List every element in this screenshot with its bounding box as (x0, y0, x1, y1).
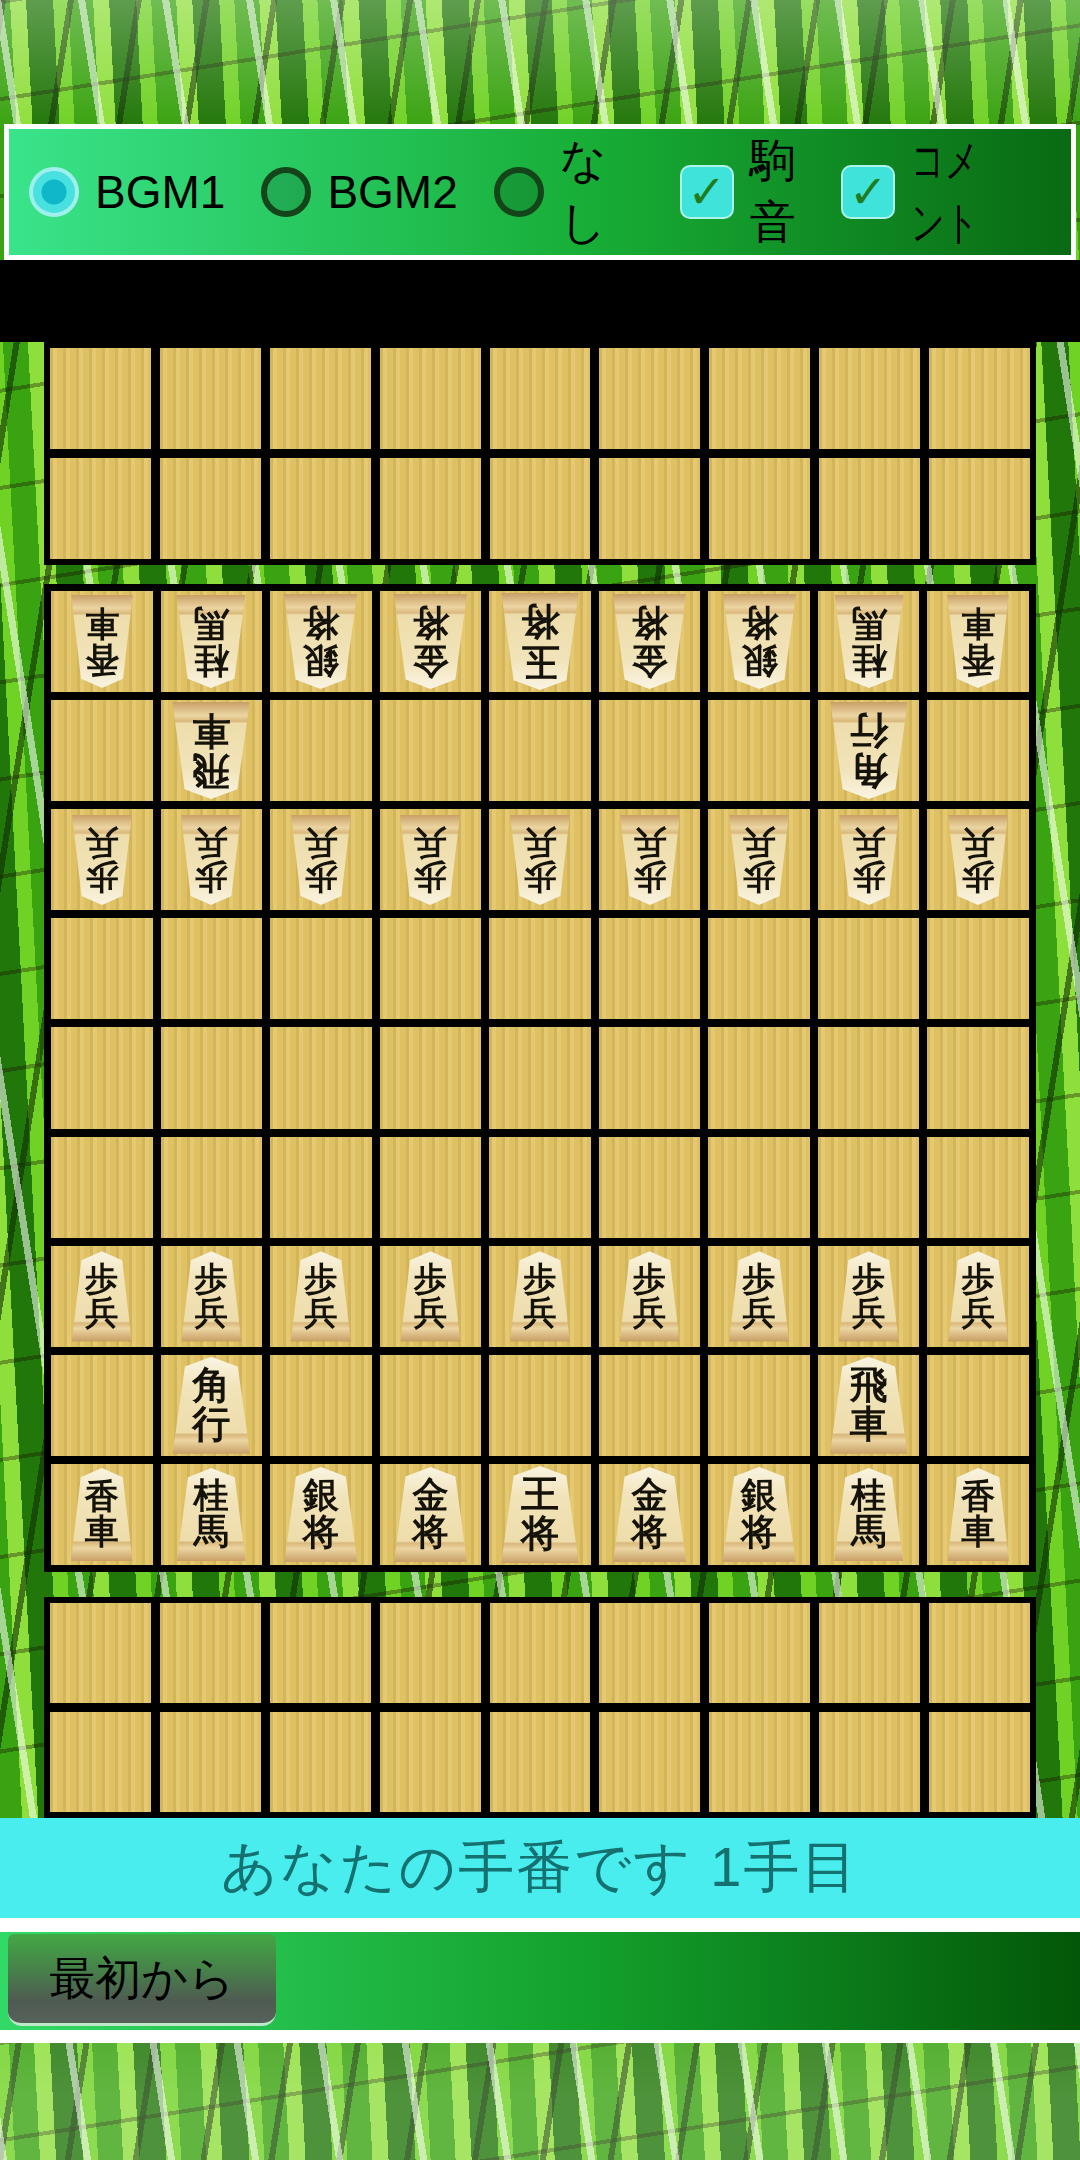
piece-kanji: 兵 (414, 825, 447, 859)
shogi-piece-gote[interactable]: 歩兵 (177, 815, 245, 905)
piece-kanji: 香 (961, 1479, 995, 1514)
komadai-cell[interactable] (50, 348, 151, 449)
bottom-bar: 最初から (0, 1932, 1080, 2030)
board-cell[interactable]: 歩兵 (51, 809, 153, 910)
checkbox-piece-sound-label: 駒音 (750, 130, 812, 254)
board-cell[interactable]: 銀将 (270, 1464, 372, 1565)
board-cell[interactable] (489, 1137, 591, 1238)
piece-kanji: 角 (850, 751, 888, 791)
board-cell[interactable]: 玉将 (489, 591, 591, 692)
komadai-cell[interactable] (929, 458, 1030, 559)
piece-kanji: 馬 (194, 1514, 229, 1550)
app-screen: BGM1 BGM2 なし ✓ 駒音 ✓ コメント (0, 0, 1080, 2160)
piece-kanji: 車 (850, 1405, 888, 1445)
board-cell[interactable] (599, 1137, 701, 1238)
piece-kanji: 馬 (194, 605, 229, 641)
board-cell[interactable]: 金将 (380, 1464, 482, 1565)
piece-kanji: 香 (961, 642, 995, 677)
piece-kanji: 馬 (851, 1514, 886, 1550)
shogi-piece-gote[interactable]: 香車 (943, 595, 1013, 688)
komadai-cell[interactable] (380, 348, 481, 449)
board-cell[interactable]: 歩兵 (818, 809, 920, 910)
piece-kanji: 歩 (195, 860, 228, 894)
radio-unselected-icon[interactable] (261, 167, 311, 217)
board-cell[interactable]: 香車 (51, 591, 153, 692)
board-cell[interactable] (708, 918, 810, 1019)
top-black-strip (0, 260, 1080, 342)
piece-kanji: 玉 (521, 642, 559, 682)
shogi-piece-gote[interactable]: 金将 (389, 594, 472, 689)
board-cell[interactable] (51, 1027, 153, 1128)
board-cell[interactable] (270, 700, 372, 801)
komadai-cell[interactable] (599, 348, 700, 449)
board-cell[interactable] (489, 700, 591, 801)
komadai-cell[interactable] (160, 458, 261, 559)
shogi-piece-gote[interactable]: 玉将 (496, 593, 584, 690)
radio-unselected-icon[interactable] (494, 167, 544, 217)
board-cell[interactable] (380, 918, 482, 1019)
komadai-cell[interactable] (490, 1712, 591, 1812)
piece-kanji: 桂 (851, 1478, 886, 1514)
restart-button-label: 最初から (49, 1948, 235, 2010)
restart-button[interactable]: 最初から (8, 1934, 276, 2026)
board-cell[interactable] (927, 1355, 1029, 1456)
piece-kanji: 兵 (852, 825, 885, 859)
board-cell[interactable]: 桂馬 (818, 1464, 920, 1565)
piece-kanji: 金 (412, 1477, 448, 1514)
piece-kanji: 歩 (633, 860, 666, 894)
piece-kanji: 銀 (741, 642, 777, 679)
komadai-cell[interactable] (50, 1712, 151, 1812)
piece-kanji: 歩 (414, 860, 447, 894)
komadai-cell[interactable] (490, 458, 591, 559)
board-cell[interactable]: 歩兵 (380, 1246, 482, 1347)
board-cell[interactable] (818, 1027, 920, 1128)
piece-kanji: 歩 (962, 1262, 995, 1296)
board-cell[interactable] (599, 700, 701, 801)
komadai-cell[interactable] (599, 1603, 700, 1703)
piece-kanji: 将 (303, 1514, 339, 1551)
piece-kanji: 将 (521, 602, 559, 642)
piece-kanji: 将 (521, 1514, 559, 1554)
komadai-cell[interactable] (270, 1603, 371, 1703)
komadai-cell[interactable] (599, 1712, 700, 1812)
divider (0, 1918, 1080, 1932)
board-cell[interactable]: 歩兵 (161, 809, 263, 910)
board-cell[interactable] (708, 1137, 810, 1238)
komadai-cell[interactable] (709, 1712, 810, 1812)
shogi-piece-gote[interactable]: 金将 (608, 594, 691, 689)
piece-kanji: 将 (741, 1514, 777, 1551)
shogi-piece-sente[interactable]: 歩兵 (287, 1251, 355, 1341)
board-cell[interactable] (161, 918, 263, 1019)
board-cell[interactable] (161, 1137, 263, 1238)
piece-kanji: 兵 (743, 825, 776, 859)
piece-kanji: 兵 (195, 1296, 228, 1330)
komadai-cell[interactable] (380, 1712, 481, 1812)
board-cell[interactable]: 金将 (599, 591, 701, 692)
piece-kanji: 飛 (850, 1366, 888, 1406)
radio-none-label: なし (560, 130, 624, 254)
radio-bgm1-label: BGM1 (95, 165, 225, 219)
board-cell[interactable]: 銀将 (708, 1464, 810, 1565)
shogi-piece-sente[interactable]: 銀将 (279, 1467, 362, 1562)
komadai-gote (44, 342, 1036, 565)
shogi-piece-sente[interactable]: 歩兵 (835, 1251, 903, 1341)
shogi-piece-sente[interactable]: 金将 (608, 1467, 691, 1562)
board-cell[interactable]: 桂馬 (161, 591, 263, 692)
piece-kanji: 金 (632, 1477, 668, 1514)
shogi-piece-gote[interactable]: 銀将 (718, 594, 801, 689)
shogi-piece-sente[interactable]: 歩兵 (725, 1251, 793, 1341)
board-cell[interactable]: 歩兵 (927, 809, 1029, 910)
board-cell[interactable] (489, 1027, 591, 1128)
piece-kanji: 歩 (85, 1262, 118, 1296)
piece-kanji: 将 (632, 604, 668, 641)
piece-kanji: 銀 (741, 1477, 777, 1514)
shogi-piece-gote[interactable]: 歩兵 (396, 815, 464, 905)
board-cell[interactable] (161, 1027, 263, 1128)
piece-kanji: 兵 (523, 825, 556, 859)
komadai-cell[interactable] (50, 1603, 151, 1703)
board-cell[interactable] (380, 1355, 482, 1456)
board-cell[interactable] (270, 1137, 372, 1238)
shogi-piece-gote[interactable]: 歩兵 (835, 815, 903, 905)
piece-kanji: 王 (521, 1475, 559, 1515)
shogi-piece-gote[interactable]: 角行 (825, 702, 913, 799)
piece-kanji: 桂 (194, 642, 229, 678)
shogi-piece-gote[interactable]: 飛車 (167, 702, 255, 799)
piece-kanji: 兵 (743, 1296, 776, 1330)
radio-bgm2[interactable]: BGM2 (261, 165, 457, 219)
board-cell[interactable] (380, 700, 482, 801)
piece-kanji: 将 (303, 604, 339, 641)
piece-kanji: 行 (850, 711, 888, 751)
piece-kanji: 金 (412, 642, 448, 679)
piece-kanji: 将 (412, 604, 448, 641)
piece-kanji: 銀 (303, 1477, 339, 1514)
komadai-cell[interactable] (709, 348, 810, 449)
radio-bgm2-label: BGM2 (327, 165, 457, 219)
board-cell[interactable] (489, 1355, 591, 1456)
komadai-cell[interactable] (380, 458, 481, 559)
shogi-piece-gote[interactable]: 桂馬 (172, 595, 250, 688)
komadai-cell[interactable] (490, 1603, 591, 1703)
board-cell[interactable]: 歩兵 (599, 1246, 701, 1347)
piece-kanji: 車 (961, 606, 995, 641)
piece-kanji: 車 (192, 711, 230, 751)
shogi-piece-sente[interactable]: 歩兵 (506, 1251, 574, 1341)
board-cell[interactable] (927, 918, 1029, 1019)
board-cell[interactable]: 歩兵 (51, 1246, 153, 1347)
shogi-piece-sente[interactable]: 金将 (389, 1467, 472, 1562)
shogi-piece-sente[interactable]: 王将 (496, 1466, 584, 1563)
shogi-piece-gote[interactable]: 歩兵 (68, 815, 136, 905)
board-cell[interactable] (599, 918, 701, 1019)
board-cell[interactable] (708, 1027, 810, 1128)
piece-kanji: 歩 (523, 860, 556, 894)
piece-kanji: 歩 (852, 860, 885, 894)
komadai-cell[interactable] (270, 1712, 371, 1812)
board-cell[interactable]: 金将 (380, 591, 482, 692)
board-cell[interactable] (818, 918, 920, 1019)
komadai-cell[interactable] (160, 1712, 261, 1812)
checkbox-checked-icon[interactable]: ✓ (680, 165, 734, 219)
shogi-piece-sente[interactable]: 歩兵 (396, 1251, 464, 1341)
piece-kanji: 車 (961, 1514, 995, 1549)
shogi-piece-sente[interactable]: 歩兵 (616, 1251, 684, 1341)
board-cell[interactable]: 歩兵 (489, 1246, 591, 1347)
radio-selected-icon[interactable] (29, 167, 79, 217)
piece-kanji: 兵 (852, 1296, 885, 1330)
komadai-cell[interactable] (819, 458, 920, 559)
piece-kanji: 馬 (851, 605, 886, 641)
board-cell[interactable] (51, 1137, 153, 1238)
board-cell[interactable]: 歩兵 (270, 1246, 372, 1347)
piece-kanji: 歩 (304, 1262, 337, 1296)
piece-kanji: 兵 (85, 825, 118, 859)
shogi-piece-gote[interactable]: 歩兵 (725, 815, 793, 905)
komadai-cell[interactable] (599, 458, 700, 559)
board-cell[interactable] (708, 1355, 810, 1456)
board-cell[interactable]: 銀将 (270, 591, 372, 692)
board-cell[interactable]: 歩兵 (818, 1246, 920, 1347)
piece-kanji: 飛 (192, 751, 230, 791)
board-cell[interactable] (927, 700, 1029, 801)
board-cell[interactable]: 歩兵 (708, 1246, 810, 1347)
komadai-cell[interactable] (50, 458, 151, 559)
board-cell[interactable] (927, 1137, 1029, 1238)
shogi-piece-gote[interactable]: 歩兵 (616, 815, 684, 905)
board-cell[interactable]: 銀将 (708, 591, 810, 692)
shogi-piece-gote[interactable]: 香車 (67, 595, 137, 688)
komadai-sente (44, 1597, 1036, 1818)
board-cell[interactable]: 飛車 (161, 700, 263, 801)
status-text: あなたの手番です 1手目 (221, 1830, 860, 1906)
komadai-cell[interactable] (709, 1603, 810, 1703)
piece-kanji: 行 (192, 1405, 230, 1445)
board-cell[interactable] (599, 1027, 701, 1128)
piece-kanji: 香 (85, 642, 119, 677)
board-cell[interactable] (380, 1137, 482, 1238)
komadai-cell[interactable] (929, 1603, 1030, 1703)
piece-kanji: 将 (741, 604, 777, 641)
shogi-piece-gote[interactable]: 歩兵 (944, 815, 1012, 905)
piece-kanji: 兵 (304, 825, 337, 859)
piece-kanji: 将 (412, 1514, 448, 1551)
piece-kanji: 兵 (633, 1296, 666, 1330)
piece-kanji: 角 (192, 1366, 230, 1406)
board-cell[interactable] (708, 700, 810, 801)
shogi-board: 香車桂馬銀将金将玉将金将銀将桂馬香車飛車角行歩兵歩兵歩兵歩兵歩兵歩兵歩兵歩兵歩兵… (44, 584, 1036, 1572)
board-cell[interactable]: 桂馬 (161, 1464, 263, 1565)
komadai-cell[interactable] (380, 1603, 481, 1703)
board-cell[interactable] (270, 918, 372, 1019)
settings-bar-frame: BGM1 BGM2 なし ✓ 駒音 ✓ コメント (4, 124, 1076, 260)
board-cell[interactable]: 香車 (51, 1464, 153, 1565)
board-cell[interactable] (818, 1137, 920, 1238)
board-cell[interactable]: 歩兵 (927, 1246, 1029, 1347)
shogi-piece-sente[interactable]: 歩兵 (944, 1251, 1012, 1341)
shogi-piece-gote[interactable]: 銀将 (279, 594, 362, 689)
checkbox-checked-icon[interactable]: ✓ (841, 165, 895, 219)
board-cell[interactable]: 王将 (489, 1464, 591, 1565)
piece-kanji: 歩 (85, 860, 118, 894)
shogi-piece-sente[interactable]: 角行 (167, 1357, 255, 1454)
check-icon: ✓ (849, 169, 888, 215)
board-cell[interactable] (599, 1355, 701, 1456)
shogi-piece-sente[interactable]: 桂馬 (830, 1468, 908, 1561)
board-cell[interactable] (380, 1027, 482, 1128)
shogi-piece-sente[interactable]: 歩兵 (68, 1251, 136, 1341)
piece-kanji: 兵 (962, 1296, 995, 1330)
board-cell[interactable] (270, 1027, 372, 1128)
piece-kanji: 車 (85, 1514, 119, 1549)
shogi-piece-sente[interactable]: 香車 (67, 1468, 137, 1561)
shogi-piece-gote[interactable]: 歩兵 (287, 815, 355, 905)
shogi-piece-sente[interactable]: 銀将 (718, 1467, 801, 1562)
piece-kanji: 兵 (962, 825, 995, 859)
piece-kanji: 歩 (743, 1262, 776, 1296)
komadai-cell[interactable] (819, 348, 920, 449)
komadai-cell[interactable] (819, 1712, 920, 1812)
board-cell[interactable]: 桂馬 (818, 591, 920, 692)
shogi-piece-gote[interactable]: 桂馬 (830, 595, 908, 688)
radio-none[interactable]: なし (494, 130, 624, 254)
board-cell[interactable]: 歩兵 (489, 809, 591, 910)
piece-kanji: 歩 (852, 1262, 885, 1296)
piece-kanji: 車 (85, 606, 119, 641)
piece-kanji: 歩 (304, 860, 337, 894)
board-cell[interactable]: 歩兵 (380, 809, 482, 910)
radio-bgm1[interactable]: BGM1 (29, 165, 225, 219)
shogi-piece-sente[interactable]: 桂馬 (172, 1468, 250, 1561)
piece-kanji: 歩 (633, 1262, 666, 1296)
piece-kanji: 歩 (962, 860, 995, 894)
board-cell[interactable]: 歩兵 (161, 1246, 263, 1347)
piece-kanji: 歩 (414, 1262, 447, 1296)
board-cell[interactable]: 香車 (927, 1464, 1029, 1565)
piece-kanji: 兵 (523, 1296, 556, 1330)
board-cell[interactable] (489, 918, 591, 1019)
komadai-cell[interactable] (160, 348, 261, 449)
komadai-cell[interactable] (270, 458, 371, 559)
checkbox-comment-label: コメント (911, 130, 1012, 254)
piece-kanji: 桂 (851, 642, 886, 678)
komadai-cell[interactable] (929, 1712, 1030, 1812)
board-cell[interactable] (51, 918, 153, 1019)
piece-kanji: 銀 (303, 642, 339, 679)
komadai-cell[interactable] (160, 1603, 261, 1703)
divider (0, 2030, 1080, 2043)
board-cell[interactable]: 飛車 (818, 1355, 920, 1456)
checkbox-comment[interactable]: ✓ コメント (841, 130, 1051, 254)
shogi-piece-gote[interactable]: 歩兵 (506, 815, 574, 905)
komadai-cell[interactable] (490, 348, 591, 449)
board-cell[interactable]: 角行 (818, 700, 920, 801)
piece-kanji: 金 (632, 642, 668, 679)
piece-kanji: 歩 (743, 860, 776, 894)
piece-kanji: 桂 (194, 1478, 229, 1514)
board-cell[interactable]: 歩兵 (708, 809, 810, 910)
komadai-cell[interactable] (929, 348, 1030, 449)
board-cell[interactable]: 金将 (599, 1464, 701, 1565)
board-cell[interactable] (927, 1027, 1029, 1128)
check-icon: ✓ (687, 169, 726, 215)
piece-kanji: 兵 (633, 825, 666, 859)
piece-kanji: 兵 (304, 1296, 337, 1330)
board-cell[interactable]: 歩兵 (599, 809, 701, 910)
piece-kanji: 兵 (195, 825, 228, 859)
komadai-cell[interactable] (270, 348, 371, 449)
shogi-piece-sente[interactable]: 歩兵 (177, 1251, 245, 1341)
status-bar: あなたの手番です 1手目 (0, 1818, 1080, 1918)
board-cell[interactable] (51, 1355, 153, 1456)
board-cell[interactable]: 香車 (927, 591, 1029, 692)
piece-kanji: 将 (632, 1514, 668, 1551)
board-cell[interactable] (51, 700, 153, 801)
komadai-cell[interactable] (709, 458, 810, 559)
piece-kanji: 香 (85, 1479, 119, 1514)
komadai-cell[interactable] (819, 1603, 920, 1703)
board-cell[interactable]: 角行 (161, 1355, 263, 1456)
settings-bar: BGM1 BGM2 なし ✓ 駒音 ✓ コメント (9, 129, 1071, 255)
board-cell[interactable]: 歩兵 (270, 809, 372, 910)
board-cell[interactable] (270, 1355, 372, 1456)
piece-kanji: 兵 (85, 1296, 118, 1330)
shogi-piece-sente[interactable]: 飛車 (825, 1357, 913, 1454)
piece-kanji: 兵 (414, 1296, 447, 1330)
shogi-piece-sente[interactable]: 香車 (943, 1468, 1013, 1561)
checkbox-piece-sound[interactable]: ✓ 駒音 (680, 130, 812, 254)
piece-kanji: 歩 (195, 1262, 228, 1296)
piece-kanji: 歩 (523, 1262, 556, 1296)
